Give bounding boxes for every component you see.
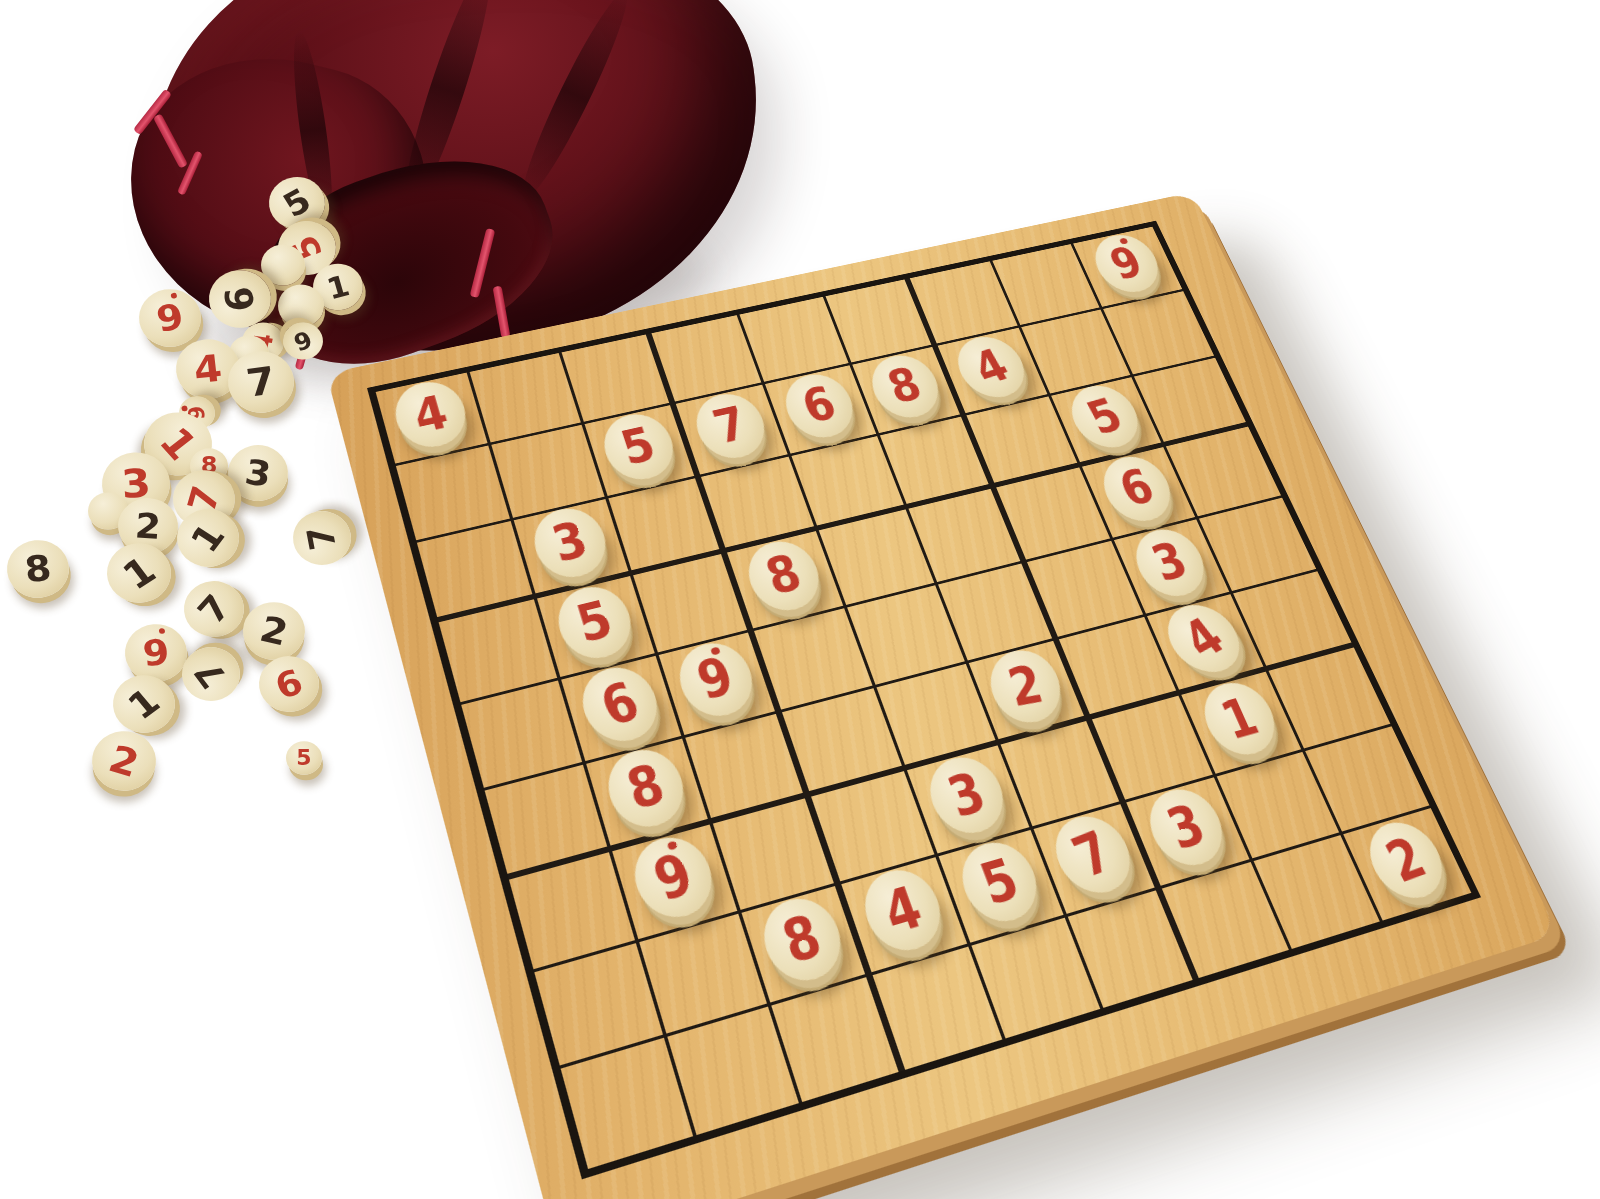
- spare-tile-digit: 5: [296, 748, 311, 768]
- tile-5-r3c8[interactable]: 5: [1060, 379, 1149, 456]
- tile-8-r6c2[interactable]: 8: [599, 742, 693, 835]
- spare-tile-5[interactable]: 5: [286, 741, 322, 774]
- tile-digit: 5: [974, 850, 1026, 914]
- tile-9-r7c2[interactable]: 9: [624, 828, 723, 927]
- spare-tile-8[interactable]: 8: [4, 537, 72, 600]
- tile-digit: 6: [797, 381, 843, 431]
- spare-tile-digit: 7: [244, 361, 278, 402]
- spare-tile-digit: 1: [324, 270, 353, 303]
- tile-digit: 5: [571, 594, 618, 651]
- tile-7-r2c4[interactable]: 7: [688, 388, 774, 465]
- tile-6-r5c2[interactable]: 6: [571, 659, 668, 752]
- tile-8-r4c4[interactable]: 8: [739, 535, 828, 618]
- tile-digit: 5: [616, 421, 661, 473]
- spare-tile-digit: 1: [116, 550, 162, 595]
- tile-digit: 4: [409, 389, 453, 441]
- tile-3-r3c2[interactable]: 3: [526, 502, 614, 585]
- sudoku-board: 495768435586693824931845732: [367, 223, 1463, 1165]
- tile-digit: 4: [966, 343, 1016, 393]
- spare-tile-digit: 2: [257, 611, 292, 651]
- spare-tile-digit: 6: [220, 285, 260, 313]
- spare-tile-digit: 7: [302, 524, 342, 553]
- tile-4-r1c1[interactable]: 4: [388, 376, 473, 454]
- spare-tile-digit: 1: [185, 518, 231, 558]
- spare-tile-digit: 2: [105, 739, 144, 782]
- spare-tile-digit: 8: [23, 550, 53, 588]
- tile-4-r8c4[interactable]: 4: [854, 862, 951, 960]
- tile-digit: 3: [941, 765, 992, 826]
- spare-tile-digit: 6: [271, 664, 308, 705]
- tile-8-r8c3[interactable]: 8: [753, 891, 851, 991]
- spare-tile-9[interactable]: 9: [122, 622, 189, 684]
- tile-digit: 4: [877, 878, 929, 943]
- tile-digit: 2: [1003, 658, 1048, 714]
- tile-8-r2c6[interactable]: 8: [862, 350, 947, 424]
- tile-digit: 3: [547, 515, 593, 570]
- spare-tile-digit: 7: [189, 655, 233, 693]
- tile-digit: 7: [708, 401, 753, 452]
- spare-tile-digit: 1: [122, 683, 166, 726]
- tile-5-r8c5[interactable]: 5: [951, 835, 1048, 931]
- tile-digit: 6: [1113, 463, 1161, 515]
- tile-3-r7c5[interactable]: 3: [920, 750, 1015, 842]
- tile-digit: 9: [691, 651, 739, 709]
- tile-digit: 9: [647, 845, 700, 910]
- tile-6-r2c5[interactable]: 6: [777, 369, 863, 444]
- tile-3-r8c7[interactable]: 3: [1139, 782, 1235, 874]
- spare-tile-7[interactable]: 7: [288, 507, 355, 569]
- tile-digit: 8: [621, 757, 670, 819]
- spare-tile-2[interactable]: 2: [84, 724, 165, 799]
- spare-tile-blank[interactable]: [278, 285, 324, 328]
- spare-tile-6[interactable]: 6: [251, 648, 328, 720]
- tile-3-r5c8[interactable]: 3: [1125, 523, 1215, 603]
- tile-digit: 8: [760, 549, 807, 604]
- tile-digit: 9: [1104, 241, 1149, 287]
- spare-tile-digit: 9: [154, 298, 187, 337]
- tile-digit: 1: [1214, 690, 1265, 748]
- tile-digit: 5: [1080, 391, 1129, 441]
- spare-tile-digit: 2: [134, 508, 162, 544]
- tile-digit: 3: [1146, 536, 1195, 590]
- tile-9-r1c9[interactable]: 9: [1085, 230, 1168, 298]
- tile-2-r6c6[interactable]: 2: [982, 646, 1068, 728]
- tile-5-r2c3[interactable]: 5: [595, 408, 681, 486]
- tile-9-r5c3[interactable]: 9: [670, 636, 762, 724]
- tile-2-r9c9[interactable]: 2: [1356, 813, 1455, 907]
- spare-tile-digit: 4: [192, 349, 224, 389]
- spare-tile-digit: 6: [291, 327, 316, 354]
- tile-digit: 8: [776, 907, 828, 973]
- tile-digit: 2: [1378, 829, 1434, 891]
- tile-5-r4c2[interactable]: 5: [550, 580, 640, 666]
- tile-digit: 7: [1064, 823, 1121, 886]
- spare-tile-2[interactable]: 2: [236, 596, 311, 666]
- spare-tile-digit: 5: [278, 183, 317, 223]
- tile-digit: 3: [1160, 797, 1212, 858]
- tile-digit: 8: [882, 362, 928, 412]
- tile-7-r8c6[interactable]: 7: [1042, 807, 1143, 905]
- photo-stage: 495768435586693824931845732 551694647918…: [0, 0, 1600, 1199]
- tile-digit: 4: [1175, 610, 1234, 667]
- spare-tile-digit: 3: [243, 454, 274, 491]
- tile-digit: 6: [594, 674, 647, 734]
- spare-tile-digit: 7: [192, 589, 237, 629]
- tile-4-r2c7[interactable]: 4: [946, 330, 1036, 406]
- spare-tile-digit: 9: [141, 634, 171, 671]
- tile-1-r7c8[interactable]: 1: [1193, 676, 1286, 763]
- spare-tile-blank[interactable]: [261, 245, 305, 286]
- tile-6-r4c8[interactable]: 6: [1093, 451, 1181, 528]
